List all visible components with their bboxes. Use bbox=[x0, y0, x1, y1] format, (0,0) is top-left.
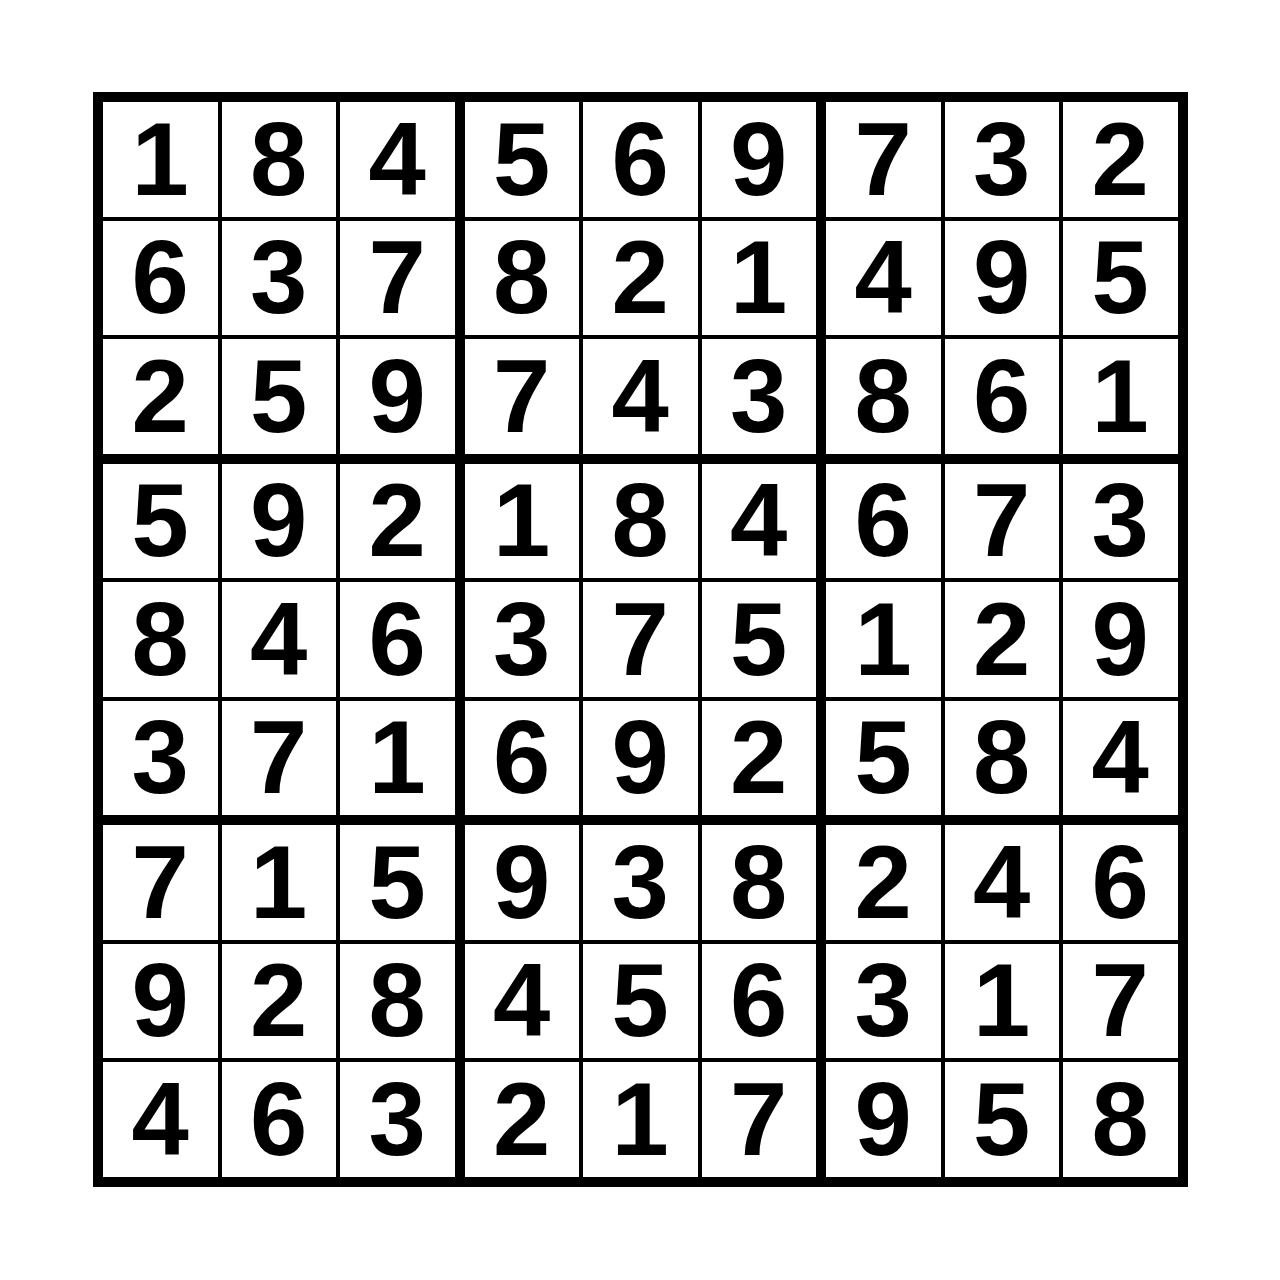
cell-r3c2: 5 bbox=[222, 339, 337, 454]
cell-r1c5: 6 bbox=[583, 102, 698, 217]
cell-r3c4: 7 bbox=[465, 339, 580, 454]
sudoku-board: 1845697326378214952597438615921846738463… bbox=[93, 92, 1188, 1187]
cell-r4c5: 8 bbox=[583, 464, 698, 579]
cell-r2c3: 7 bbox=[340, 221, 455, 336]
cell-r4c6: 4 bbox=[702, 464, 817, 579]
cell-r7c2: 1 bbox=[222, 825, 337, 940]
cell-r5c8: 2 bbox=[945, 582, 1060, 697]
cell-r8c6: 6 bbox=[702, 944, 817, 1059]
cell-r4c2: 9 bbox=[222, 464, 337, 579]
cell-r1c3: 4 bbox=[340, 102, 455, 217]
cell-r9c7: 9 bbox=[826, 1062, 941, 1177]
cell-r4c3: 2 bbox=[340, 464, 455, 579]
cell-r2c5: 2 bbox=[583, 221, 698, 336]
cell-r1c9: 2 bbox=[1063, 102, 1178, 217]
cell-r9c5: 1 bbox=[583, 1062, 698, 1177]
cell-r9c9: 8 bbox=[1063, 1062, 1178, 1177]
cell-r2c6: 1 bbox=[702, 221, 817, 336]
cell-r5c5: 7 bbox=[583, 582, 698, 697]
cell-r9c8: 5 bbox=[945, 1062, 1060, 1177]
cell-r2c7: 4 bbox=[826, 221, 941, 336]
cell-r9c4: 2 bbox=[465, 1062, 580, 1177]
cell-r5c2: 4 bbox=[222, 582, 337, 697]
cell-r5c9: 9 bbox=[1063, 582, 1178, 697]
cell-r1c8: 3 bbox=[945, 102, 1060, 217]
cell-r2c8: 9 bbox=[945, 221, 1060, 336]
cell-r3c6: 3 bbox=[702, 339, 817, 454]
cell-r1c4: 5 bbox=[465, 102, 580, 217]
cell-r6c7: 5 bbox=[826, 701, 941, 816]
cell-r6c4: 6 bbox=[465, 701, 580, 816]
cell-r2c4: 8 bbox=[465, 221, 580, 336]
cell-r8c7: 3 bbox=[826, 944, 941, 1059]
cell-r1c1: 1 bbox=[103, 102, 218, 217]
cell-r2c1: 6 bbox=[103, 221, 218, 336]
cell-r6c2: 7 bbox=[222, 701, 337, 816]
cell-r4c1: 5 bbox=[103, 464, 218, 579]
cell-r9c2: 6 bbox=[222, 1062, 337, 1177]
cell-r8c3: 8 bbox=[340, 944, 455, 1059]
cell-r3c3: 9 bbox=[340, 339, 455, 454]
cell-r7c9: 6 bbox=[1063, 825, 1178, 940]
cell-r8c9: 7 bbox=[1063, 944, 1178, 1059]
cell-r2c9: 5 bbox=[1063, 221, 1178, 336]
cell-r9c3: 3 bbox=[340, 1062, 455, 1177]
cell-r5c4: 3 bbox=[465, 582, 580, 697]
cell-r8c5: 5 bbox=[583, 944, 698, 1059]
cell-r6c6: 2 bbox=[702, 701, 817, 816]
cell-r6c1: 3 bbox=[103, 701, 218, 816]
cell-r5c7: 1 bbox=[826, 582, 941, 697]
cell-r4c4: 1 bbox=[465, 464, 580, 579]
cell-r8c2: 2 bbox=[222, 944, 337, 1059]
cell-r8c1: 9 bbox=[103, 944, 218, 1059]
cell-r4c9: 3 bbox=[1063, 464, 1178, 579]
cell-r1c2: 8 bbox=[222, 102, 337, 217]
cell-r3c7: 8 bbox=[826, 339, 941, 454]
cell-r8c4: 4 bbox=[465, 944, 580, 1059]
cell-r7c5: 3 bbox=[583, 825, 698, 940]
cell-r2c2: 3 bbox=[222, 221, 337, 336]
cell-r9c6: 7 bbox=[702, 1062, 817, 1177]
cell-r3c9: 1 bbox=[1063, 339, 1178, 454]
cell-r7c3: 5 bbox=[340, 825, 455, 940]
cell-r5c6: 5 bbox=[702, 582, 817, 697]
cell-r7c1: 7 bbox=[103, 825, 218, 940]
cell-r4c7: 6 bbox=[826, 464, 941, 579]
cell-r1c6: 9 bbox=[702, 102, 817, 217]
cell-r6c3: 1 bbox=[340, 701, 455, 816]
cell-r6c9: 4 bbox=[1063, 701, 1178, 816]
cell-r7c8: 4 bbox=[945, 825, 1060, 940]
cell-r1c7: 7 bbox=[826, 102, 941, 217]
cell-r8c8: 1 bbox=[945, 944, 1060, 1059]
cell-r6c5: 9 bbox=[583, 701, 698, 816]
cell-r7c4: 9 bbox=[465, 825, 580, 940]
cell-r6c8: 8 bbox=[945, 701, 1060, 816]
cell-r9c1: 4 bbox=[103, 1062, 218, 1177]
cell-r5c3: 6 bbox=[340, 582, 455, 697]
cell-r7c7: 2 bbox=[826, 825, 941, 940]
cell-r5c1: 8 bbox=[103, 582, 218, 697]
cell-r4c8: 7 bbox=[945, 464, 1060, 579]
cell-r3c5: 4 bbox=[583, 339, 698, 454]
cell-r3c8: 6 bbox=[945, 339, 1060, 454]
cell-r3c1: 2 bbox=[103, 339, 218, 454]
cell-r7c6: 8 bbox=[702, 825, 817, 940]
